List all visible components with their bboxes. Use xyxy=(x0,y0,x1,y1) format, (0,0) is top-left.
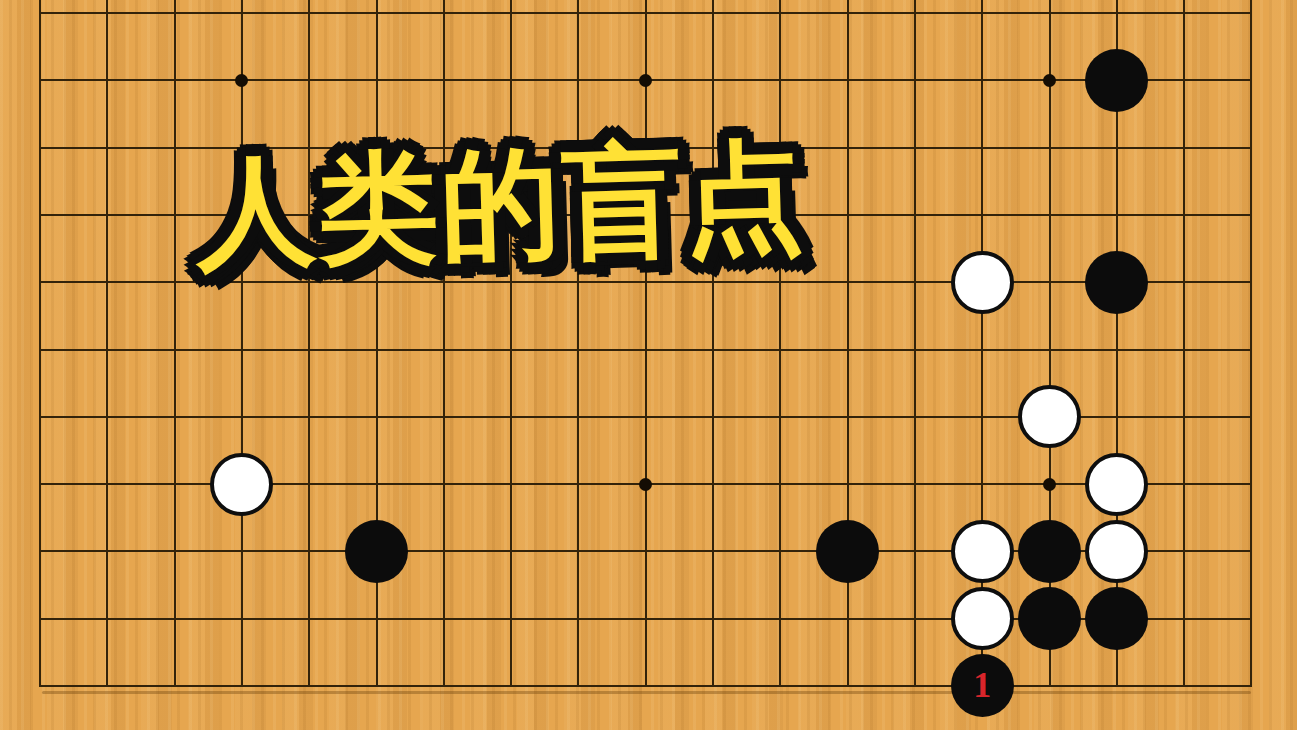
white-stone xyxy=(210,453,273,516)
title-text: 人类的盲点 xyxy=(194,126,808,285)
black-stone xyxy=(1085,251,1148,314)
white-stone xyxy=(951,587,1014,650)
black-stone xyxy=(816,520,879,583)
white-stone xyxy=(1085,520,1148,583)
white-stone xyxy=(951,251,1014,314)
black-stone xyxy=(1085,587,1148,650)
white-stone xyxy=(1018,385,1081,448)
stones-layer: 1 xyxy=(6,0,1285,720)
black-stone xyxy=(1085,49,1148,112)
white-stone xyxy=(1085,453,1148,516)
go-board-frame: 1 人类的盲点 xyxy=(0,0,1297,730)
move-number-label: 1 xyxy=(973,667,991,703)
black-stone xyxy=(1018,587,1081,650)
black-stone xyxy=(1018,520,1081,583)
black-stone xyxy=(345,520,408,583)
white-stone xyxy=(951,520,1014,583)
black-stone: 1 xyxy=(951,654,1014,717)
